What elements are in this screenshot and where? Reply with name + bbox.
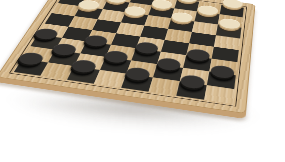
checker-black-man[interactable]: ● (14, 49, 48, 66)
checker-white-man[interactable]: ● (175, 0, 200, 3)
checker-black-man[interactable]: ● (68, 56, 101, 73)
checker-black-man[interactable]: ● (154, 55, 184, 72)
checker-black-man[interactable]: ● (177, 72, 208, 90)
checker-black-man[interactable]: ● (122, 64, 154, 82)
checkers-board: ●●●●●●●●●●●●●●●●●●●●●●●● (0, 0, 255, 114)
square-g1[interactable]: ● (176, 81, 207, 99)
checker-white-man[interactable]: ● (221, 0, 245, 9)
square-h1[interactable] (204, 85, 234, 104)
checker-white-man[interactable]: ● (75, 0, 103, 11)
square-e6[interactable] (144, 15, 171, 29)
checker-white-man[interactable]: ● (195, 3, 220, 16)
checker-black-man[interactable]: ● (132, 39, 162, 55)
checker-white-man[interactable]: ● (149, 0, 175, 10)
checker-black-man[interactable]: ● (184, 46, 213, 62)
square-a1[interactable]: ● (14, 59, 48, 76)
checker-white-man[interactable]: ● (169, 10, 196, 23)
checker-black-man[interactable]: ● (208, 62, 237, 79)
checker-white-man[interactable]: ● (122, 4, 149, 17)
checker-white-man[interactable]: ● (217, 16, 243, 30)
square-f1[interactable] (149, 78, 180, 96)
photo-area: ●●●●●●●●●●●●●●●●●●●●●●●● (0, 0, 285, 162)
